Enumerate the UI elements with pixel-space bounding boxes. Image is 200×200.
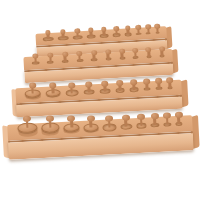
- knob-ball: [154, 24, 160, 29]
- knob-ball: [105, 49, 111, 54]
- knob-ball: [143, 78, 150, 84]
- knob-ball: [91, 50, 97, 55]
- knob-ball: [150, 113, 158, 119]
- knob-ball: [137, 114, 145, 120]
- knob-ball: [166, 77, 173, 83]
- knob-ball: [47, 53, 53, 58]
- knob-ball: [46, 115, 54, 121]
- knob-ball: [159, 46, 165, 51]
- knob-ball: [88, 27, 94, 32]
- knob-ball: [119, 49, 125, 54]
- knob-ball: [29, 82, 36, 88]
- knob-ball: [101, 27, 107, 32]
- knob-ball: [116, 80, 123, 86]
- knob-ball: [145, 24, 151, 29]
- knob-ball: [68, 82, 75, 88]
- knob-ball: [74, 28, 80, 33]
- knob-ball: [60, 29, 66, 34]
- knob-ball: [85, 81, 92, 87]
- knob-ball: [145, 47, 151, 52]
- cylinder-block-3: [15, 80, 182, 118]
- knob-ball: [136, 25, 142, 30]
- cylinder-block-4-front: [7, 115, 194, 160]
- knob-ball: [113, 26, 119, 31]
- knob-ball: [62, 52, 68, 57]
- knob-ball: [125, 25, 131, 30]
- knob-ball: [155, 78, 162, 84]
- knob-ball: [163, 112, 171, 118]
- knob-ball: [49, 82, 56, 88]
- knob-ball: [45, 30, 51, 35]
- knob-ball: [76, 51, 82, 56]
- knob-ball: [67, 115, 75, 121]
- product-photo: [0, 0, 200, 200]
- knob-ball: [105, 115, 113, 121]
- knob-ball: [174, 112, 182, 118]
- knob-ball: [32, 53, 38, 58]
- knob-ball: [130, 79, 137, 85]
- knob-ball: [132, 48, 138, 53]
- knob-ball: [122, 114, 130, 120]
- knob-ball: [101, 81, 108, 87]
- knob-ball: [87, 115, 95, 121]
- knob-ball: [23, 116, 31, 122]
